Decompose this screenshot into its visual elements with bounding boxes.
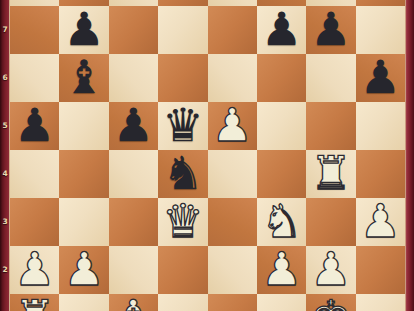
square-d2[interactable] [158, 246, 207, 294]
square-d3[interactable]: ♛ [158, 198, 207, 246]
rank-label-4: 4 [0, 169, 10, 179]
square-a2[interactable]: ♟ [10, 246, 59, 294]
white-bishop[interactable]: ♝ [113, 294, 154, 311]
rank-label-2: 2 [0, 265, 10, 275]
square-f1[interactable] [257, 294, 306, 311]
black-pawn[interactable]: ♟ [261, 6, 302, 52]
black-pawn[interactable]: ♟ [113, 102, 154, 148]
square-h7[interactable] [356, 6, 405, 54]
square-f2[interactable]: ♟ [257, 246, 306, 294]
square-b1[interactable] [59, 294, 108, 311]
square-e2[interactable] [208, 246, 257, 294]
square-a6[interactable] [10, 54, 59, 102]
square-a1[interactable]: ♜ [10, 294, 59, 311]
rank-label-6: 6 [0, 73, 10, 83]
square-c1[interactable]: ♝ [109, 294, 158, 311]
square-h3[interactable]: ♟ [356, 198, 405, 246]
square-b4[interactable] [59, 150, 108, 198]
black-king[interactable]: ♚ [360, 0, 401, 4]
square-f5[interactable] [257, 102, 306, 150]
square-f7[interactable]: ♟ [257, 6, 306, 54]
black-pawn[interactable]: ♟ [310, 6, 351, 52]
square-d5[interactable]: ♛ [158, 102, 207, 150]
rank-label-5: 5 [0, 121, 10, 131]
square-g4[interactable]: ♜ [306, 150, 355, 198]
square-h4[interactable] [356, 150, 405, 198]
square-b7[interactable]: ♟ [59, 6, 108, 54]
square-a7[interactable] [10, 6, 59, 54]
square-a5[interactable]: ♟ [10, 102, 59, 150]
chess-diagram: ♜♜♚♟♟♟♝♟♟♟♛♟♞♜♛♞♟♟♟♟♟♜♝♚ 765432 [0, 0, 414, 311]
square-b2[interactable]: ♟ [59, 246, 108, 294]
square-b6[interactable]: ♝ [59, 54, 108, 102]
square-d7[interactable] [158, 6, 207, 54]
white-rook[interactable]: ♜ [310, 150, 351, 196]
square-a3[interactable] [10, 198, 59, 246]
square-h2[interactable] [356, 246, 405, 294]
square-c7[interactable] [109, 6, 158, 54]
square-f3[interactable]: ♞ [257, 198, 306, 246]
rank-label-7: 7 [0, 25, 10, 35]
white-queen[interactable]: ♛ [162, 198, 203, 244]
white-pawn[interactable]: ♟ [63, 246, 104, 292]
square-c2[interactable] [109, 246, 158, 294]
white-pawn[interactable]: ♟ [261, 246, 302, 292]
square-a4[interactable] [10, 150, 59, 198]
black-pawn[interactable]: ♟ [14, 102, 55, 148]
square-f4[interactable] [257, 150, 306, 198]
black-rook[interactable]: ♜ [14, 0, 55, 4]
white-rook[interactable]: ♜ [14, 294, 55, 311]
square-h5[interactable] [356, 102, 405, 150]
white-knight[interactable]: ♞ [261, 198, 302, 244]
black-pawn[interactable]: ♟ [63, 6, 104, 52]
square-b3[interactable] [59, 198, 108, 246]
square-g3[interactable] [306, 198, 355, 246]
square-c5[interactable]: ♟ [109, 102, 158, 150]
chess-board: ♜♜♚♟♟♟♝♟♟♟♛♟♞♜♛♞♟♟♟♟♟♜♝♚ [10, 0, 405, 311]
square-h1[interactable] [356, 294, 405, 311]
rank-label-3: 3 [0, 217, 10, 227]
square-d4[interactable]: ♞ [158, 150, 207, 198]
square-g1[interactable]: ♚ [306, 294, 355, 311]
white-pawn[interactable]: ♟ [212, 102, 253, 148]
white-pawn[interactable]: ♟ [310, 246, 351, 292]
square-e1[interactable] [208, 294, 257, 311]
white-pawn[interactable]: ♟ [14, 246, 55, 292]
board-frame-left: 765432 [0, 0, 10, 311]
square-e3[interactable] [208, 198, 257, 246]
square-c6[interactable] [109, 54, 158, 102]
black-bishop[interactable]: ♝ [63, 54, 104, 100]
square-d6[interactable] [158, 54, 207, 102]
square-e4[interactable] [208, 150, 257, 198]
square-h6[interactable]: ♟ [356, 54, 405, 102]
white-king[interactable]: ♚ [310, 294, 351, 311]
square-d1[interactable] [158, 294, 207, 311]
black-pawn[interactable]: ♟ [360, 54, 401, 100]
square-b5[interactable] [59, 102, 108, 150]
black-knight[interactable]: ♞ [162, 150, 203, 196]
square-e5[interactable]: ♟ [208, 102, 257, 150]
square-g6[interactable] [306, 54, 355, 102]
square-c3[interactable] [109, 198, 158, 246]
square-e7[interactable] [208, 6, 257, 54]
square-g5[interactable] [306, 102, 355, 150]
square-f6[interactable] [257, 54, 306, 102]
black-queen[interactable]: ♛ [162, 102, 203, 148]
square-g2[interactable]: ♟ [306, 246, 355, 294]
white-pawn[interactable]: ♟ [360, 198, 401, 244]
board-frame-right [405, 0, 414, 311]
square-g7[interactable]: ♟ [306, 6, 355, 54]
square-e6[interactable] [208, 54, 257, 102]
square-c4[interactable] [109, 150, 158, 198]
